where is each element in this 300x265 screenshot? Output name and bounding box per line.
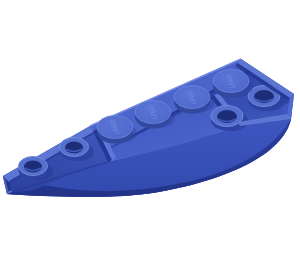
lego-brick-illustration: LEGO LEGO LEGO LEGO [0,0,300,265]
product-photo: LEGO LEGO LEGO LEGO [0,0,300,265]
